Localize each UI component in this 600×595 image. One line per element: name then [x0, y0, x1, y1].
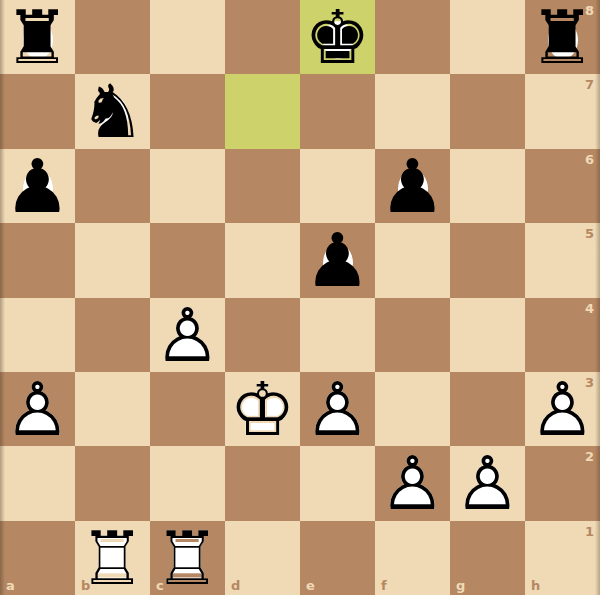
- chess-board: ♜♚♜♞♟♟♟♟♙♟♙♚♔♟♙♟♙♟♙♟♙♜♖♜♖: [0, 0, 600, 595]
- square-h8[interactable]: ♜: [525, 0, 600, 74]
- square-b2[interactable]: [75, 446, 150, 520]
- chess-board-container: ♜♚♜♞♟♟♟♟♙♟♙♚♔♟♙♟♙♟♙♟♙♜♖♜♖ 12345678abcdef…: [0, 0, 600, 595]
- square-g6[interactable]: [450, 149, 525, 223]
- square-e7[interactable]: [300, 74, 375, 148]
- black-rook-icon: ♜: [0, 0, 75, 74]
- square-b6[interactable]: [75, 149, 150, 223]
- square-a3[interactable]: ♟♙: [0, 372, 75, 446]
- square-d6[interactable]: [225, 149, 300, 223]
- square-h5[interactable]: [525, 223, 600, 297]
- square-b4[interactable]: [75, 298, 150, 372]
- black-knight-icon: ♞: [75, 74, 150, 148]
- square-g7[interactable]: [450, 74, 525, 148]
- square-c6[interactable]: [150, 149, 225, 223]
- black-rook-icon: ♜: [525, 0, 600, 74]
- square-b1[interactable]: ♜♖: [75, 521, 150, 595]
- square-a5[interactable]: [0, 223, 75, 297]
- white-rook-icon: ♜♖: [150, 521, 225, 595]
- white-rook-icon: ♜♖: [75, 521, 150, 595]
- square-h4[interactable]: [525, 298, 600, 372]
- square-e5[interactable]: ♟: [300, 223, 375, 297]
- black-king-icon: ♚: [300, 0, 375, 74]
- white-pawn-icon: ♟♙: [300, 372, 375, 446]
- square-a7[interactable]: [0, 74, 75, 148]
- square-g3[interactable]: [450, 372, 525, 446]
- square-d4[interactable]: [225, 298, 300, 372]
- square-h2[interactable]: [525, 446, 600, 520]
- square-g5[interactable]: [450, 223, 525, 297]
- square-e3[interactable]: ♟♙: [300, 372, 375, 446]
- square-h7[interactable]: [525, 74, 600, 148]
- square-c1[interactable]: ♜♖: [150, 521, 225, 595]
- square-f1[interactable]: [375, 521, 450, 595]
- square-d2[interactable]: [225, 446, 300, 520]
- square-h3[interactable]: ♟♙: [525, 372, 600, 446]
- square-g4[interactable]: [450, 298, 525, 372]
- square-g8[interactable]: [450, 0, 525, 74]
- square-d7[interactable]: [225, 74, 300, 148]
- white-pawn-icon: ♟♙: [0, 372, 75, 446]
- square-a4[interactable]: [0, 298, 75, 372]
- white-king-icon: ♚♔: [225, 372, 300, 446]
- black-pawn-icon: ♟: [0, 149, 75, 223]
- square-c8[interactable]: [150, 0, 225, 74]
- square-c4[interactable]: ♟♙: [150, 298, 225, 372]
- square-e6[interactable]: [300, 149, 375, 223]
- square-f4[interactable]: [375, 298, 450, 372]
- black-pawn-icon: ♟: [300, 223, 375, 297]
- white-pawn-icon: ♟♙: [525, 372, 600, 446]
- square-c3[interactable]: [150, 372, 225, 446]
- square-b8[interactable]: [75, 0, 150, 74]
- square-h6[interactable]: [525, 149, 600, 223]
- square-d1[interactable]: [225, 521, 300, 595]
- square-b3[interactable]: [75, 372, 150, 446]
- square-d5[interactable]: [225, 223, 300, 297]
- square-g2[interactable]: ♟♙: [450, 446, 525, 520]
- square-a6[interactable]: ♟: [0, 149, 75, 223]
- black-pawn-icon: ♟: [375, 149, 450, 223]
- white-pawn-icon: ♟♙: [450, 446, 525, 520]
- square-a8[interactable]: ♜: [0, 0, 75, 74]
- square-e2[interactable]: [300, 446, 375, 520]
- square-d3[interactable]: ♚♔: [225, 372, 300, 446]
- square-f2[interactable]: ♟♙: [375, 446, 450, 520]
- square-f5[interactable]: [375, 223, 450, 297]
- square-a2[interactable]: [0, 446, 75, 520]
- square-d8[interactable]: [225, 0, 300, 74]
- square-f3[interactable]: [375, 372, 450, 446]
- square-c7[interactable]: [150, 74, 225, 148]
- square-a1[interactable]: [0, 521, 75, 595]
- square-e8[interactable]: ♚: [300, 0, 375, 74]
- square-g1[interactable]: [450, 521, 525, 595]
- square-f6[interactable]: ♟: [375, 149, 450, 223]
- square-b5[interactable]: [75, 223, 150, 297]
- square-e1[interactable]: [300, 521, 375, 595]
- white-pawn-icon: ♟♙: [150, 298, 225, 372]
- square-e4[interactable]: [300, 298, 375, 372]
- square-f8[interactable]: [375, 0, 450, 74]
- square-b7[interactable]: ♞: [75, 74, 150, 148]
- square-f7[interactable]: [375, 74, 450, 148]
- square-c2[interactable]: [150, 446, 225, 520]
- white-pawn-icon: ♟♙: [375, 446, 450, 520]
- square-c5[interactable]: [150, 223, 225, 297]
- square-h1[interactable]: [525, 521, 600, 595]
